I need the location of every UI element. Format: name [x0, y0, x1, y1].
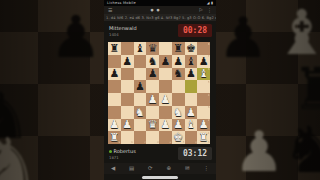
coord-rank-8: 8 [208, 43, 210, 46]
coord-rank-6: 6 [208, 68, 210, 71]
square-g1[interactable]: g [185, 131, 198, 144]
black-bishop-c8[interactable]: ♝ [134, 42, 147, 55]
square-b5[interactable] [121, 80, 134, 93]
move-list-strip[interactable]: 1. d4 Nf6 2. e4 d6 3. Nc3 g6 4. Nf3 Bg7 … [104, 14, 216, 21]
square-a7[interactable] [108, 55, 121, 68]
coord-rank-3: 3 [208, 106, 210, 109]
square-h5[interactable]: 5 [197, 80, 210, 93]
square-h8[interactable]: 8 [197, 42, 210, 55]
battery-icon: ▮ [211, 1, 213, 5]
moves-icon[interactable]: ▤ [129, 166, 134, 172]
square-b8[interactable] [121, 42, 134, 55]
square-f1[interactable]: ♚f [172, 131, 185, 144]
white-pawn-f2[interactable]: ♟ [172, 119, 185, 132]
square-b7[interactable]: ♟ [121, 55, 134, 68]
top-player-name: Mittenwald [109, 25, 137, 31]
white-bishop-g2[interactable]: ♝ [185, 119, 198, 132]
white-pawn-e4[interactable]: ♟ [159, 93, 172, 106]
square-c6[interactable] [134, 68, 147, 81]
online-dot [109, 150, 112, 153]
square-c2[interactable] [134, 119, 147, 132]
black-king-g8[interactable]: ♚ [185, 42, 198, 55]
square-g8[interactable]: ♚ [185, 42, 198, 55]
page-indicator-dots: ● ● [150, 8, 160, 12]
square-f5[interactable] [172, 80, 185, 93]
bottom-player-zone: Robertus 1871 03:12 [104, 146, 216, 163]
white-pawn-g3[interactable]: ♟ [185, 106, 198, 119]
square-a5[interactable] [108, 80, 121, 93]
black-knight-f6[interactable]: ♞ [172, 68, 185, 81]
coord-rank-2: 2 [208, 119, 210, 122]
square-c8[interactable]: ♝ [134, 42, 147, 55]
more-icon[interactable]: ⋮ [203, 166, 209, 172]
square-g5[interactable] [185, 80, 198, 93]
black-pawn-b7[interactable]: ♟ [121, 55, 134, 68]
square-h2[interactable]: ♟2 [197, 119, 210, 132]
overflow-menu-icon[interactable]: ⋮ [207, 8, 212, 13]
coord-rank-7: 7 [208, 55, 210, 58]
square-b4[interactable] [121, 93, 134, 106]
square-a4[interactable] [108, 93, 121, 106]
menu-icon[interactable]: ☰ [108, 8, 112, 13]
white-knight-c3[interactable]: ♞ [134, 106, 147, 119]
square-c4[interactable] [134, 93, 147, 106]
square-g4[interactable] [185, 93, 198, 106]
square-b2[interactable]: ♟ [121, 119, 134, 132]
status-bar-icons: ◢ ▮ [207, 1, 213, 5]
square-h4[interactable]: 4 [197, 93, 210, 106]
square-e7[interactable]: ♟ [159, 55, 172, 68]
square-d2[interactable]: ♛ [146, 119, 159, 132]
square-a8[interactable]: ♜ [108, 42, 121, 55]
top-player-rating: 1404 [109, 32, 119, 37]
square-d6[interactable]: ♟ [146, 68, 159, 81]
square-e5[interactable] [159, 80, 172, 93]
square-c3[interactable]: ♞ [134, 106, 147, 119]
black-pawn-g6[interactable]: ♟ [185, 68, 198, 81]
top-player-zone: Mittenwald 1404 00:28 [104, 22, 216, 42]
coord-rank-1: 1 [208, 132, 210, 135]
square-f8[interactable]: ♜ [172, 42, 185, 55]
square-a3[interactable] [108, 106, 121, 119]
square-e2[interactable]: ♟ [159, 119, 172, 132]
coord-file-h: h [208, 141, 210, 144]
bottom-player-clock: 03:12 [178, 147, 212, 160]
square-f3[interactable]: ♞ [172, 106, 185, 119]
square-e6[interactable] [159, 68, 172, 81]
square-g2[interactable]: ♝ [185, 119, 198, 132]
square-c5[interactable]: ♟ [134, 80, 147, 93]
black-queen-d8[interactable]: ♛ [146, 42, 159, 55]
square-b3[interactable] [121, 106, 134, 119]
square-d1[interactable]: d [146, 131, 159, 144]
white-queen-d2[interactable]: ♛ [146, 119, 159, 132]
black-knight-d7[interactable]: ♞ [146, 55, 159, 68]
square-e8[interactable] [159, 42, 172, 55]
square-h7[interactable]: ♟7 [197, 55, 210, 68]
black-rook-a8[interactable]: ♜ [108, 42, 121, 55]
black-bishop-g7[interactable]: ♝ [185, 55, 198, 68]
square-g7[interactable]: ♝ [185, 55, 198, 68]
lichess-app-screenshot: Lichess Mobile ◢ ▮ ☰ ● ● ⚐ ⋮ 1. d4 Nf6 2… [104, 0, 216, 180]
back-icon[interactable]: ◀ [111, 166, 115, 172]
chess-board[interactable]: ♜♝♛♜♚8♟♞♟♟♝♟7♟♟♞♟♝6♟5♟♟4♞♞♟3♟♟♛♟♟♝♟2♜abc… [108, 42, 210, 144]
white-pawn-d4[interactable]: ♟ [146, 93, 159, 106]
bottom-nav-bar: ◀▤⟳⊕✉⋮ [104, 163, 216, 174]
wifi-icon: ◢ [207, 1, 210, 5]
black-rook-f8[interactable]: ♜ [172, 42, 185, 55]
square-a1[interactable]: ♜a [108, 131, 121, 144]
white-pawn-a2[interactable]: ♟ [108, 119, 121, 132]
white-pawn-e2[interactable]: ♟ [159, 119, 172, 132]
white-pawn-b2[interactable]: ♟ [121, 119, 134, 132]
black-pawn-f7[interactable]: ♟ [172, 55, 185, 68]
square-d3[interactable] [146, 106, 159, 119]
square-e4[interactable]: ♟ [159, 93, 172, 106]
square-c7[interactable] [134, 55, 147, 68]
square-a2[interactable]: ♟ [108, 119, 121, 132]
square-f4[interactable] [172, 93, 185, 106]
square-f7[interactable]: ♟ [172, 55, 185, 68]
black-pawn-c5[interactable]: ♟ [134, 80, 147, 93]
flip-board-icon[interactable]: ⟳ [148, 166, 153, 172]
analysis-icon[interactable]: ⊕ [167, 166, 172, 172]
black-pawn-a6[interactable]: ♟ [108, 68, 121, 81]
chat-icon[interactable]: ✉ [185, 166, 190, 172]
shorts-frame: ♟♞♞♟♝♜♟♞ Lichess Mobile ◢ ▮ ☰ ● ● ⚐ ⋮ 1.… [0, 0, 320, 180]
gesture-pill[interactable] [142, 176, 178, 179]
square-d4[interactable]: ♟ [146, 93, 159, 106]
square-a6[interactable]: ♟ [108, 68, 121, 81]
coord-rank-4: 4 [208, 94, 210, 97]
top-player-clock: 00:28 [178, 24, 212, 37]
square-e3[interactable] [159, 106, 172, 119]
app-top-bar: ☰ ● ● ⚐ ⋮ [104, 6, 216, 14]
square-f2[interactable]: ♟ [172, 119, 185, 132]
square-h6[interactable]: ♝6 [197, 68, 210, 81]
square-d8[interactable]: ♛ [146, 42, 159, 55]
square-d5[interactable] [146, 80, 159, 93]
black-pawn-e7[interactable]: ♟ [159, 55, 172, 68]
white-knight-f3[interactable]: ♞ [172, 106, 185, 119]
status-bar-text: Lichess Mobile [107, 1, 136, 5]
square-h3[interactable]: 3 [197, 106, 210, 119]
black-pawn-d6[interactable]: ♟ [146, 68, 159, 81]
bottom-player-rating: 1871 [109, 155, 119, 160]
bottom-player-name: Robertus [109, 148, 136, 154]
square-f6[interactable]: ♞ [172, 68, 185, 81]
move-list-text: 1. d4 Nf6 2. e4 d6 3. Nc3 g6 4. Nf3 Bg7 … [106, 16, 216, 20]
coord-rank-5: 5 [208, 81, 210, 84]
square-g3[interactable]: ♟ [185, 106, 198, 119]
square-e1[interactable]: e [159, 131, 172, 144]
square-d7[interactable]: ♞ [146, 55, 159, 68]
square-g6[interactable]: ♟ [185, 68, 198, 81]
square-b6[interactable] [121, 68, 134, 81]
square-c1[interactable]: c [134, 131, 147, 144]
square-h1[interactable]: ♜1h [197, 131, 210, 144]
flag-icon[interactable]: ⚐ [199, 8, 203, 13]
square-b1[interactable]: b [121, 131, 134, 144]
